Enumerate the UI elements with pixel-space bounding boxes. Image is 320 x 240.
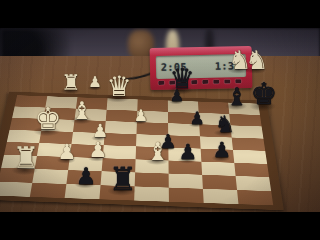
piece-black-rook-h4: ♜ bbox=[109, 163, 138, 195]
square-h6 bbox=[169, 187, 204, 203]
square-f8 bbox=[234, 163, 269, 178]
piece-white-pawn-f2: ♟ bbox=[58, 142, 77, 163]
square-h7 bbox=[203, 189, 239, 205]
square-e8 bbox=[233, 150, 267, 164]
piece-black-knight-c7: ♞ bbox=[215, 113, 236, 136]
piece-black-pawn-b5: ♟ bbox=[170, 88, 184, 104]
square-c4 bbox=[105, 121, 137, 134]
square-d8 bbox=[232, 137, 266, 151]
square-f7 bbox=[201, 161, 235, 175]
letterbox-top bbox=[0, 0, 320, 28]
piece-white-rook-a2: ♜ bbox=[61, 72, 81, 94]
square-e4 bbox=[103, 145, 136, 159]
letterbox-bottom bbox=[0, 212, 320, 240]
piece-black-pawn-f7: ♟ bbox=[213, 140, 232, 161]
square-h5 bbox=[134, 186, 169, 202]
square-h1 bbox=[0, 181, 32, 196]
square-g7 bbox=[202, 175, 237, 190]
piece-black-pawn-c6: ♟ bbox=[189, 110, 204, 127]
piece-white-bishop-c3: ♝ bbox=[71, 99, 93, 123]
piece-black-pawn-e5: ♟ bbox=[159, 132, 176, 151]
piece-white-pawn-f3: ♟ bbox=[89, 140, 108, 161]
piece-white-rook-g1: ♜ bbox=[13, 143, 40, 173]
square-d4 bbox=[104, 133, 137, 146]
piece-white-king-d2: ♚ bbox=[35, 104, 62, 134]
square-h2 bbox=[30, 183, 67, 198]
piece-white-queen-a3: ♛ bbox=[106, 73, 131, 101]
piece-black-pawn-g3: ♟ bbox=[76, 165, 97, 188]
piece-white-pawn-captured: ♟ bbox=[88, 75, 101, 90]
piece-black-pawn-f6: ♟ bbox=[179, 142, 198, 163]
piece-white-pawn-c4: ♟ bbox=[134, 108, 148, 124]
piece-black-bishop-a7: ♝ bbox=[226, 85, 248, 109]
piece-black-king-a8: ♚ bbox=[251, 79, 278, 109]
square-g8 bbox=[236, 176, 272, 191]
piece-white-knight-captured: ♞ bbox=[245, 47, 268, 73]
square-g5 bbox=[135, 172, 169, 187]
square-g6 bbox=[169, 174, 203, 189]
square-h8 bbox=[237, 190, 273, 206]
video-frame: 2:05 1:34 ♜♛♝♚♟♟♟♟♝♜♛♟♝♚♟♞♟♟♟♟♜♞♞♟ bbox=[0, 0, 320, 240]
